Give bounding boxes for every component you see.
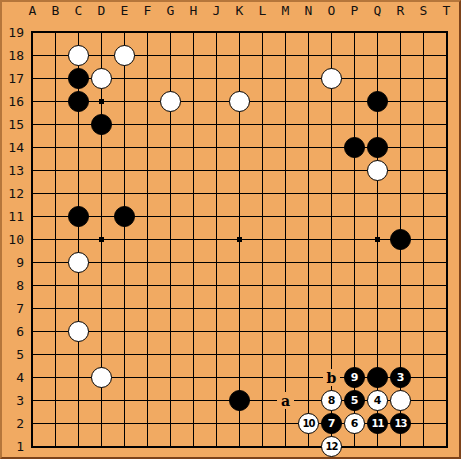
intersection-M13 (274, 159, 297, 182)
intersection-T11 (435, 205, 458, 228)
white-stone-C6 (68, 321, 89, 342)
column-label-D: D (90, 3, 113, 19)
intersection-H8 (182, 274, 205, 297)
intersection-J16 (205, 90, 228, 113)
intersection-H2 (182, 412, 205, 435)
white-stone-O1: 12 (321, 436, 342, 457)
intersection-C18 (67, 44, 90, 67)
intersection-C2 (67, 412, 90, 435)
intersection-C4 (67, 366, 90, 389)
intersection-O5 (320, 343, 343, 366)
intersection-L15 (251, 113, 274, 136)
intersection-T13 (435, 159, 458, 182)
intersection-G17 (159, 67, 182, 90)
move-number-12: 12 (326, 442, 338, 452)
intersection-F11 (136, 205, 159, 228)
column-label-A: A (21, 3, 44, 19)
white-stone-Q13 (367, 160, 388, 181)
intersection-Q13 (366, 159, 389, 182)
white-stone-D17 (91, 68, 112, 89)
intersection-G13 (159, 159, 182, 182)
intersection-G8 (159, 274, 182, 297)
intersection-A5 (21, 343, 44, 366)
star-point-Q10 (375, 237, 380, 242)
move-number-6: 6 (351, 418, 359, 429)
intersection-O6 (320, 320, 343, 343)
column-label-L: L (251, 3, 274, 19)
intersection-F1 (136, 435, 159, 458)
intersection-P6 (343, 320, 366, 343)
intersection-Q5 (366, 343, 389, 366)
intersection-D19 (90, 21, 113, 44)
intersection-Q3: 4 (366, 389, 389, 412)
intersection-S12 (412, 182, 435, 205)
intersection-D13 (90, 159, 113, 182)
intersection-R2: 13 (389, 412, 412, 435)
intersection-O15 (320, 113, 343, 136)
intersection-R19 (389, 21, 412, 44)
intersection-S16 (412, 90, 435, 113)
intersection-H19 (182, 21, 205, 44)
intersection-O17 (320, 67, 343, 90)
intersection-K13 (228, 159, 251, 182)
intersection-C7 (67, 297, 90, 320)
intersection-O13 (320, 159, 343, 182)
intersection-O18 (320, 44, 343, 67)
intersection-G9 (159, 251, 182, 274)
intersection-G14 (159, 136, 182, 159)
intersection-N12 (297, 182, 320, 205)
intersection-A15 (21, 113, 44, 136)
intersection-P10 (343, 228, 366, 251)
intersection-L5 (251, 343, 274, 366)
intersection-D16 (90, 90, 113, 113)
intersection-N9 (297, 251, 320, 274)
intersection-Q1 (366, 435, 389, 458)
intersection-F4 (136, 366, 159, 389)
intersection-O9 (320, 251, 343, 274)
intersection-B10 (44, 228, 67, 251)
intersection-N2: 10 (297, 412, 320, 435)
intersection-S6 (412, 320, 435, 343)
intersection-Q4 (366, 366, 389, 389)
white-stone-N2: 10 (298, 413, 319, 434)
intersection-B14 (44, 136, 67, 159)
intersection-R10 (389, 228, 412, 251)
intersection-M1 (274, 435, 297, 458)
intersection-B8 (44, 274, 67, 297)
intersection-E1 (113, 435, 136, 458)
intersection-G12 (159, 182, 182, 205)
white-stone-E18 (114, 45, 135, 66)
intersection-F17 (136, 67, 159, 90)
intersection-E19 (113, 21, 136, 44)
intersection-A13 (21, 159, 44, 182)
intersection-T18 (435, 44, 458, 67)
intersection-K18 (228, 44, 251, 67)
intersection-P15 (343, 113, 366, 136)
intersection-E9 (113, 251, 136, 274)
intersection-D3 (90, 389, 113, 412)
intersection-L12 (251, 182, 274, 205)
intersection-H11 (182, 205, 205, 228)
intersection-E5 (113, 343, 136, 366)
intersection-F10 (136, 228, 159, 251)
intersection-K9 (228, 251, 251, 274)
intersection-M15 (274, 113, 297, 136)
black-stone-E11 (114, 206, 135, 227)
intersection-F19 (136, 21, 159, 44)
intersection-G19 (159, 21, 182, 44)
intersection-R14 (389, 136, 412, 159)
intersection-K19 (228, 21, 251, 44)
black-stone-R10 (390, 229, 411, 250)
intersection-D7 (90, 297, 113, 320)
intersection-M11 (274, 205, 297, 228)
intersection-T19 (435, 21, 458, 44)
intersection-R7 (389, 297, 412, 320)
move-number-9: 9 (351, 372, 359, 383)
intersection-N18 (297, 44, 320, 67)
intersection-R6 (389, 320, 412, 343)
intersection-N17 (297, 67, 320, 90)
white-stone-K16 (229, 91, 250, 112)
intersection-T17 (435, 67, 458, 90)
intersection-P7 (343, 297, 366, 320)
intersection-E12 (113, 182, 136, 205)
intersection-D4 (90, 366, 113, 389)
intersection-B9 (44, 251, 67, 274)
intersection-P13 (343, 159, 366, 182)
intersection-J10 (205, 228, 228, 251)
intersection-S7 (412, 297, 435, 320)
intersection-P8 (343, 274, 366, 297)
intersection-H12 (182, 182, 205, 205)
intersection-Q2: 11 (366, 412, 389, 435)
black-stone-O2: 7 (321, 413, 342, 434)
intersection-G10 (159, 228, 182, 251)
intersection-T9 (435, 251, 458, 274)
intersection-S14 (412, 136, 435, 159)
intersection-K15 (228, 113, 251, 136)
intersection-A16 (21, 90, 44, 113)
intersection-L17 (251, 67, 274, 90)
intersection-L10 (251, 228, 274, 251)
point-label-a: a (277, 392, 294, 409)
intersection-N7 (297, 297, 320, 320)
intersection-M4 (274, 366, 297, 389)
intersection-A4 (21, 366, 44, 389)
black-stone-Q2: 11 (367, 413, 388, 434)
column-label-P: P (343, 3, 366, 19)
intersection-S18 (412, 44, 435, 67)
star-point-K10 (237, 237, 242, 242)
intersection-E3 (113, 389, 136, 412)
intersection-O19 (320, 21, 343, 44)
intersection-M18 (274, 44, 297, 67)
intersection-N15 (297, 113, 320, 136)
column-label-N: N (297, 3, 320, 19)
white-stone-O3: 8 (321, 390, 342, 411)
intersection-K8 (228, 274, 251, 297)
black-stone-K3 (229, 390, 250, 411)
intersection-A1 (21, 435, 44, 458)
intersection-P17 (343, 67, 366, 90)
intersection-C16 (67, 90, 90, 113)
intersection-H5 (182, 343, 205, 366)
intersection-L3 (251, 389, 274, 412)
intersection-B12 (44, 182, 67, 205)
intersection-T4 (435, 366, 458, 389)
intersection-Q14 (366, 136, 389, 159)
column-label-M: M (274, 3, 297, 19)
intersection-J12 (205, 182, 228, 205)
intersection-G4 (159, 366, 182, 389)
move-number-13: 13 (395, 419, 407, 429)
intersection-P18 (343, 44, 366, 67)
intersection-H16 (182, 90, 205, 113)
intersection-O3: 8 (320, 389, 343, 412)
intersection-L6 (251, 320, 274, 343)
intersection-C15 (67, 113, 90, 136)
intersection-D1 (90, 435, 113, 458)
intersection-B5 (44, 343, 67, 366)
intersection-R8 (389, 274, 412, 297)
intersection-M3: a (274, 389, 297, 412)
intersection-C14 (67, 136, 90, 159)
intersection-G5 (159, 343, 182, 366)
intersection-H4 (182, 366, 205, 389)
intersection-R3 (389, 389, 412, 412)
intersection-N4 (297, 366, 320, 389)
intersection-H13 (182, 159, 205, 182)
intersection-M9 (274, 251, 297, 274)
intersection-L1 (251, 435, 274, 458)
intersection-S13 (412, 159, 435, 182)
black-stone-P14 (344, 137, 365, 158)
intersection-N3 (297, 389, 320, 412)
intersection-T5 (435, 343, 458, 366)
intersection-E13 (113, 159, 136, 182)
column-label-G: G (159, 3, 182, 19)
intersection-N6 (297, 320, 320, 343)
intersection-S10 (412, 228, 435, 251)
move-number-4: 4 (374, 395, 382, 406)
move-number-10: 10 (303, 419, 315, 429)
intersection-H6 (182, 320, 205, 343)
intersection-N8 (297, 274, 320, 297)
intersection-L9 (251, 251, 274, 274)
intersection-M17 (274, 67, 297, 90)
intersection-P9 (343, 251, 366, 274)
intersection-F2 (136, 412, 159, 435)
intersection-A7 (21, 297, 44, 320)
intersection-O7 (320, 297, 343, 320)
intersection-G11 (159, 205, 182, 228)
intersection-O1: 12 (320, 435, 343, 458)
intersection-L2 (251, 412, 274, 435)
intersection-K12 (228, 182, 251, 205)
intersection-G6 (159, 320, 182, 343)
intersection-S19 (412, 21, 435, 44)
intersection-J18 (205, 44, 228, 67)
white-stone-R3 (390, 390, 411, 411)
intersection-A19 (21, 21, 44, 44)
column-label-E: E (113, 3, 136, 19)
intersection-T10 (435, 228, 458, 251)
intersection-D15 (90, 113, 113, 136)
intersection-Q19 (366, 21, 389, 44)
intersection-A11 (21, 205, 44, 228)
intersection-B15 (44, 113, 67, 136)
intersection-F8 (136, 274, 159, 297)
column-label-Q: Q (366, 3, 389, 19)
intersection-B1 (44, 435, 67, 458)
intersection-D5 (90, 343, 113, 366)
intersection-T3 (435, 389, 458, 412)
intersection-A17 (21, 67, 44, 90)
intersection-M10 (274, 228, 297, 251)
black-stone-Q16 (367, 91, 388, 112)
intersection-F14 (136, 136, 159, 159)
intersection-H17 (182, 67, 205, 90)
intersection-K5 (228, 343, 251, 366)
intersection-B3 (44, 389, 67, 412)
intersection-T1 (435, 435, 458, 458)
intersection-P12 (343, 182, 366, 205)
intersection-S4 (412, 366, 435, 389)
intersection-D12 (90, 182, 113, 205)
intersection-G3 (159, 389, 182, 412)
intersection-N10 (297, 228, 320, 251)
intersection-J8 (205, 274, 228, 297)
column-label-J: J (205, 3, 228, 19)
intersection-E15 (113, 113, 136, 136)
intersection-B16 (44, 90, 67, 113)
intersection-K16 (228, 90, 251, 113)
intersection-K6 (228, 320, 251, 343)
intersection-B11 (44, 205, 67, 228)
intersection-O2: 7 (320, 412, 343, 435)
intersection-M12 (274, 182, 297, 205)
intersection-M6 (274, 320, 297, 343)
intersection-L8 (251, 274, 274, 297)
intersection-K17 (228, 67, 251, 90)
black-stone-C16 (68, 91, 89, 112)
intersection-F3 (136, 389, 159, 412)
intersection-L11 (251, 205, 274, 228)
intersection-K10 (228, 228, 251, 251)
intersection-T15 (435, 113, 458, 136)
intersection-F9 (136, 251, 159, 274)
intersection-J5 (205, 343, 228, 366)
intersection-C3 (67, 389, 90, 412)
intersection-Q6 (366, 320, 389, 343)
intersection-A18 (21, 44, 44, 67)
intersection-S8 (412, 274, 435, 297)
intersection-N19 (297, 21, 320, 44)
intersection-R1 (389, 435, 412, 458)
intersection-N13 (297, 159, 320, 182)
white-stone-P2: 6 (344, 413, 365, 434)
intersection-M14 (274, 136, 297, 159)
white-stone-C9 (68, 252, 89, 273)
black-stone-P3: 5 (344, 390, 365, 411)
intersection-T6 (435, 320, 458, 343)
intersection-H15 (182, 113, 205, 136)
intersection-G15 (159, 113, 182, 136)
intersection-C17 (67, 67, 90, 90)
intersection-R17 (389, 67, 412, 90)
black-stone-D15 (91, 114, 112, 135)
intersection-R4: 3 (389, 366, 412, 389)
intersection-B7 (44, 297, 67, 320)
white-stone-Q3: 4 (367, 390, 388, 411)
intersection-H1 (182, 435, 205, 458)
intersection-D6 (90, 320, 113, 343)
intersection-L14 (251, 136, 274, 159)
intersection-E17 (113, 67, 136, 90)
intersection-Q12 (366, 182, 389, 205)
intersection-J14 (205, 136, 228, 159)
intersection-G16 (159, 90, 182, 113)
intersection-S11 (412, 205, 435, 228)
intersection-A12 (21, 182, 44, 205)
intersection-R5 (389, 343, 412, 366)
intersection-J11 (205, 205, 228, 228)
star-point-D16 (99, 99, 104, 104)
intersection-J4 (205, 366, 228, 389)
intersection-J15 (205, 113, 228, 136)
intersection-O11 (320, 205, 343, 228)
intersection-J17 (205, 67, 228, 90)
column-label-R: R (389, 3, 412, 19)
intersection-C5 (67, 343, 90, 366)
black-stone-C11 (68, 206, 89, 227)
intersection-Q11 (366, 205, 389, 228)
intersection-J3 (205, 389, 228, 412)
intersection-P14 (343, 136, 366, 159)
intersection-Q17 (366, 67, 389, 90)
intersection-B17 (44, 67, 67, 90)
intersection-E7 (113, 297, 136, 320)
intersection-O4: b (320, 366, 343, 389)
intersection-A6 (21, 320, 44, 343)
intersection-S3 (412, 389, 435, 412)
intersection-K11 (228, 205, 251, 228)
intersection-J9 (205, 251, 228, 274)
intersection-A9 (21, 251, 44, 274)
intersection-F15 (136, 113, 159, 136)
intersection-R9 (389, 251, 412, 274)
intersection-P11 (343, 205, 366, 228)
intersection-D14 (90, 136, 113, 159)
intersection-A8 (21, 274, 44, 297)
intersection-K14 (228, 136, 251, 159)
white-stone-D4 (91, 367, 112, 388)
intersection-N11 (297, 205, 320, 228)
intersection-B2 (44, 412, 67, 435)
intersection-D17 (90, 67, 113, 90)
intersection-K4 (228, 366, 251, 389)
intersection-S15 (412, 113, 435, 136)
intersection-E18 (113, 44, 136, 67)
intersection-F13 (136, 159, 159, 182)
intersection-C8 (67, 274, 90, 297)
intersection-F7 (136, 297, 159, 320)
intersection-N1 (297, 435, 320, 458)
intersection-O16 (320, 90, 343, 113)
